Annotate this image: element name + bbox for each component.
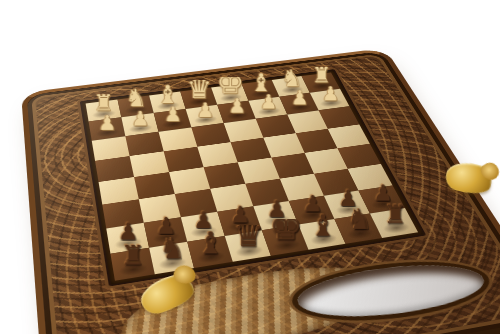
scene: ♜♞♝♛♚♝♞♜♟♟♟♟♟♟♟♟♟♟♟♟♟♟♟♟♜♞♝♛♚♝♞♜ xyxy=(28,0,478,334)
carved-wooden-case: ♜♞♝♛♚♝♞♜♟♟♟♟♟♟♟♟♟♟♟♟♟♟♟♟♜♞♝♛♚♝♞♜ xyxy=(21,48,500,334)
piece-contact-shadow xyxy=(318,98,344,108)
square-f3 xyxy=(280,174,324,201)
square-b5 xyxy=(130,151,169,177)
contrasting-finial-ball xyxy=(197,71,202,76)
square-c8: ♝ xyxy=(149,91,186,113)
piece-contact-shadow xyxy=(234,244,265,259)
piece-white-bishop: ♝ xyxy=(191,231,230,270)
piece-contact-shadow xyxy=(118,262,149,278)
contrasting-finial-spike xyxy=(229,59,233,70)
piece-contact-shadow xyxy=(381,221,412,235)
square-a1: ♜ xyxy=(110,248,154,281)
piece-contact-shadow xyxy=(128,123,154,134)
product-photo: ♜♞♝♛♚♝♞♜♟♟♟♟♟♟♟♟♟♟♟♟♟♟♟♟♜♞♝♛♚♝♞♜ xyxy=(0,0,500,334)
square-d1: ♛ xyxy=(225,230,271,262)
piece-contact-shadow xyxy=(308,232,339,247)
square-f4 xyxy=(271,153,314,179)
square-h1: ♜ xyxy=(370,208,418,238)
piece-contact-shadow xyxy=(271,238,302,253)
